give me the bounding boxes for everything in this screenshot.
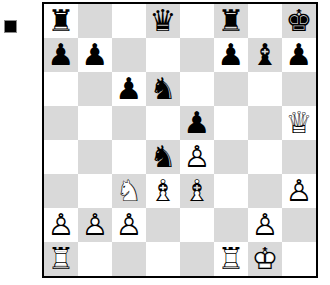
piece-black-bishop-g7[interactable]: ♝ xyxy=(248,38,282,72)
square-h1[interactable] xyxy=(282,242,316,276)
square-b1[interactable] xyxy=(78,242,112,276)
piece-glyph: ♟ xyxy=(48,38,75,72)
piece-white-bishop-d3[interactable]: ♝♗ xyxy=(146,174,180,208)
piece-glyph: ♗ xyxy=(150,174,177,208)
square-h7[interactable]: ♟ xyxy=(282,38,316,72)
piece-glyph: ♟ xyxy=(116,72,143,106)
side-to-move-indicator xyxy=(4,20,17,33)
square-a5[interactable] xyxy=(44,106,78,140)
piece-black-queen-d8[interactable]: ♛ xyxy=(146,4,180,38)
square-a4[interactable] xyxy=(44,140,78,174)
square-d2[interactable] xyxy=(146,208,180,242)
piece-white-pawn-e4[interactable]: ♟♙ xyxy=(180,140,214,174)
square-e5[interactable]: ♟ xyxy=(180,106,214,140)
square-h8[interactable]: ♚ xyxy=(282,4,316,38)
square-e8[interactable] xyxy=(180,4,214,38)
square-g5[interactable] xyxy=(248,106,282,140)
chess-diagram: ♜♛♜♚♟♟♟♝♟♟♞♟♛♕♞♟♙♞♘♝♗♝♗♟♙♟♙♟♙♟♙♟♙♜♖♜♖♚♔ xyxy=(0,0,330,285)
square-c8[interactable] xyxy=(112,4,146,38)
square-h5[interactable]: ♛♕ xyxy=(282,106,316,140)
square-d4[interactable]: ♞ xyxy=(146,140,180,174)
square-b4[interactable] xyxy=(78,140,112,174)
square-d8[interactable]: ♛ xyxy=(146,4,180,38)
square-f2[interactable] xyxy=(214,208,248,242)
piece-black-knight-d6[interactable]: ♞ xyxy=(146,72,180,106)
square-c2[interactable]: ♟♙ xyxy=(112,208,146,242)
piece-black-pawn-h7[interactable]: ♟ xyxy=(282,38,316,72)
square-f3[interactable] xyxy=(214,174,248,208)
piece-glyph: ♟ xyxy=(82,38,109,72)
piece-white-king-g1[interactable]: ♚♔ xyxy=(248,242,282,276)
piece-glyph: ♞ xyxy=(150,140,177,174)
piece-glyph: ♗ xyxy=(184,174,211,208)
piece-glyph: ♛ xyxy=(150,4,177,38)
square-g6[interactable] xyxy=(248,72,282,106)
piece-black-knight-d4[interactable]: ♞ xyxy=(146,140,180,174)
piece-glyph: ♙ xyxy=(82,208,109,242)
square-b7[interactable]: ♟ xyxy=(78,38,112,72)
piece-glyph: ♟ xyxy=(286,38,313,72)
square-f4[interactable] xyxy=(214,140,248,174)
piece-black-pawn-a7[interactable]: ♟ xyxy=(44,38,78,72)
square-f7[interactable]: ♟ xyxy=(214,38,248,72)
piece-glyph: ♞ xyxy=(150,72,177,106)
piece-glyph: ♚ xyxy=(286,4,313,38)
square-g7[interactable]: ♝ xyxy=(248,38,282,72)
square-e1[interactable] xyxy=(180,242,214,276)
piece-glyph: ♜ xyxy=(218,4,245,38)
piece-white-rook-a1[interactable]: ♜♖ xyxy=(44,242,78,276)
square-e7[interactable] xyxy=(180,38,214,72)
piece-glyph: ♕ xyxy=(286,106,313,140)
square-c5[interactable] xyxy=(112,106,146,140)
square-f8[interactable]: ♜ xyxy=(214,4,248,38)
piece-white-pawn-c2[interactable]: ♟♙ xyxy=(112,208,146,242)
piece-white-pawn-b2[interactable]: ♟♙ xyxy=(78,208,112,242)
square-c4[interactable] xyxy=(112,140,146,174)
square-a1[interactable]: ♜♖ xyxy=(44,242,78,276)
piece-black-rook-a8[interactable]: ♜ xyxy=(44,4,78,38)
square-g2[interactable]: ♟♙ xyxy=(248,208,282,242)
square-e6[interactable] xyxy=(180,72,214,106)
square-c6[interactable]: ♟ xyxy=(112,72,146,106)
square-a6[interactable] xyxy=(44,72,78,106)
piece-black-pawn-c6[interactable]: ♟ xyxy=(112,72,146,106)
piece-white-queen-h5[interactable]: ♛♕ xyxy=(282,106,316,140)
square-g8[interactable] xyxy=(248,4,282,38)
square-c7[interactable] xyxy=(112,38,146,72)
chessboard: ♜♛♜♚♟♟♟♝♟♟♞♟♛♕♞♟♙♞♘♝♗♝♗♟♙♟♙♟♙♟♙♟♙♜♖♜♖♚♔ xyxy=(42,2,318,278)
piece-glyph: ♜ xyxy=(48,4,75,38)
piece-glyph: ♙ xyxy=(48,208,75,242)
piece-glyph: ♙ xyxy=(252,208,279,242)
square-b5[interactable] xyxy=(78,106,112,140)
piece-black-rook-f8[interactable]: ♜ xyxy=(214,4,248,38)
piece-white-pawn-a2[interactable]: ♟♙ xyxy=(44,208,78,242)
square-d3[interactable]: ♝♗ xyxy=(146,174,180,208)
piece-glyph: ♝ xyxy=(252,38,279,72)
piece-glyph: ♖ xyxy=(48,242,75,276)
square-a7[interactable]: ♟ xyxy=(44,38,78,72)
piece-white-pawn-h3[interactable]: ♟♙ xyxy=(282,174,316,208)
square-a2[interactable]: ♟♙ xyxy=(44,208,78,242)
piece-white-pawn-g2[interactable]: ♟♙ xyxy=(248,208,282,242)
piece-glyph: ♙ xyxy=(116,208,143,242)
piece-white-rook-f1[interactable]: ♜♖ xyxy=(214,242,248,276)
square-f6[interactable] xyxy=(214,72,248,106)
piece-black-pawn-b7[interactable]: ♟ xyxy=(78,38,112,72)
square-b3[interactable] xyxy=(78,174,112,208)
square-c1[interactable] xyxy=(112,242,146,276)
square-e3[interactable]: ♝♗ xyxy=(180,174,214,208)
square-h2[interactable] xyxy=(282,208,316,242)
square-h6[interactable] xyxy=(282,72,316,106)
square-a8[interactable]: ♜ xyxy=(44,4,78,38)
square-g3[interactable] xyxy=(248,174,282,208)
square-g4[interactable] xyxy=(248,140,282,174)
square-f5[interactable] xyxy=(214,106,248,140)
square-a3[interactable] xyxy=(44,174,78,208)
square-h4[interactable] xyxy=(282,140,316,174)
square-b2[interactable]: ♟♙ xyxy=(78,208,112,242)
square-d1[interactable] xyxy=(146,242,180,276)
square-e4[interactable]: ♟♙ xyxy=(180,140,214,174)
square-b8[interactable] xyxy=(78,4,112,38)
square-h3[interactable]: ♟♙ xyxy=(282,174,316,208)
piece-black-king-h8[interactable]: ♚ xyxy=(282,4,316,38)
square-g1[interactable]: ♚♔ xyxy=(248,242,282,276)
square-e2[interactable] xyxy=(180,208,214,242)
piece-black-pawn-f7[interactable]: ♟ xyxy=(214,38,248,72)
piece-glyph: ♖ xyxy=(218,242,245,276)
piece-glyph: ♔ xyxy=(252,242,279,276)
piece-white-bishop-e3[interactable]: ♝♗ xyxy=(180,174,214,208)
piece-glyph: ♟ xyxy=(218,38,245,72)
piece-glyph: ♙ xyxy=(184,140,211,174)
piece-glyph: ♙ xyxy=(286,174,313,208)
piece-glyph: ♘ xyxy=(116,174,143,208)
square-d5[interactable] xyxy=(146,106,180,140)
square-d7[interactable] xyxy=(146,38,180,72)
square-b6[interactable] xyxy=(78,72,112,106)
square-c3[interactable]: ♞♘ xyxy=(112,174,146,208)
square-f1[interactable]: ♜♖ xyxy=(214,242,248,276)
piece-white-knight-c3[interactable]: ♞♘ xyxy=(112,174,146,208)
piece-glyph: ♟ xyxy=(184,106,211,140)
piece-black-pawn-e5[interactable]: ♟ xyxy=(180,106,214,140)
square-d6[interactable]: ♞ xyxy=(146,72,180,106)
